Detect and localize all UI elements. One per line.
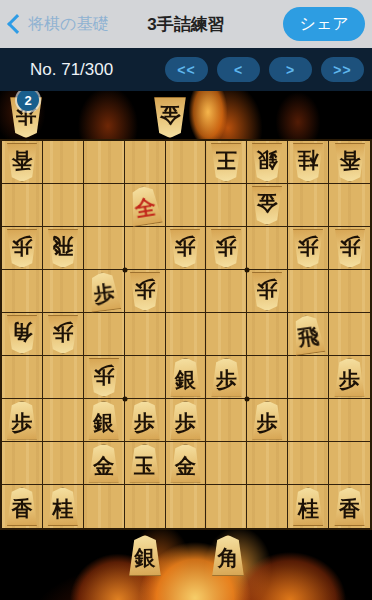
problem-nav-buttons: << < > >>	[165, 57, 364, 82]
navigation-bar: 将棋の基礎 3手詰練習 シェア	[0, 0, 372, 49]
square-r3c3[interactable]	[84, 227, 125, 270]
square-r3c6[interactable]: 歩	[206, 227, 247, 270]
piece-gote-歩[interactable]: 歩	[46, 315, 80, 354]
square-r5c7[interactable]	[247, 313, 288, 356]
square-r3c8[interactable]: 歩	[288, 227, 329, 270]
back-button[interactable]: 将棋の基礎	[6, 14, 108, 35]
sente-hand-tray: 銀角	[0, 534, 372, 578]
square-r5c4[interactable]	[125, 313, 166, 356]
square-r5c8[interactable]: 飛	[288, 313, 329, 356]
page-title: 3手詰練習	[147, 13, 224, 36]
piece-kanji: 歩	[175, 235, 196, 256]
square-r4c9[interactable]	[329, 270, 370, 313]
back-button-label: 将棋の基礎	[28, 14, 108, 35]
piece-gote-香[interactable]: 香	[5, 143, 39, 182]
square-r1c8[interactable]: 桂	[288, 141, 329, 184]
square-r5c9[interactable]	[329, 313, 370, 356]
square-r8c1[interactable]	[2, 442, 43, 485]
square-r7c9[interactable]	[329, 399, 370, 442]
piece-kanji: 金	[160, 104, 181, 125]
square-r4c6[interactable]	[206, 270, 247, 313]
piece-gote-歩[interactable]: 歩	[128, 272, 162, 311]
piece-gote-金[interactable]: 金	[250, 186, 284, 225]
square-r5c5[interactable]	[166, 313, 207, 356]
piece-sente-歩[interactable]: 歩	[168, 401, 202, 440]
piece-kanji: 飛	[297, 325, 321, 349]
square-r8c5[interactable]: 金	[166, 442, 207, 485]
piece-sente-飛[interactable]: 飛	[289, 312, 328, 355]
share-button[interactable]: シェア	[283, 7, 365, 41]
square-r2c1[interactable]	[2, 184, 43, 227]
square-r6c1[interactable]	[2, 356, 43, 399]
piece-sente-銀[interactable]: 銀	[87, 401, 121, 440]
square-r5c6[interactable]	[206, 313, 247, 356]
square-r2c4[interactable]: 全	[125, 184, 166, 227]
piece-sente-歩[interactable]: 歩	[250, 401, 284, 440]
piece-kanji: 歩	[52, 321, 73, 342]
square-r6c9[interactable]: 歩	[329, 356, 370, 399]
square-r1c6[interactable]: 王	[206, 141, 247, 184]
piece-kanji: 歩	[257, 413, 278, 434]
square-r8c2[interactable]	[43, 442, 84, 485]
piece-kanji: 歩	[92, 282, 115, 305]
square-r7c3[interactable]: 銀	[84, 399, 125, 442]
piece-kanji: 全	[133, 196, 157, 220]
hoshi-dot	[245, 268, 250, 273]
square-r1c1[interactable]: 香	[2, 141, 43, 184]
piece-gote-飛[interactable]: 飛	[46, 229, 80, 268]
piece-kanji: 歩	[298, 235, 319, 256]
piece-sente-歩[interactable]: 歩	[128, 401, 162, 440]
piece-gote-歩[interactable]: 歩	[291, 229, 325, 268]
square-r7c7[interactable]: 歩	[247, 399, 288, 442]
piece-gote-角[interactable]: 角	[5, 315, 39, 354]
piece-sente-歩[interactable]: 歩	[5, 401, 39, 440]
square-r2c7[interactable]: 金	[247, 184, 288, 227]
square-r7c2[interactable]	[43, 399, 84, 442]
piece-gote-銀[interactable]: 銀	[250, 143, 284, 182]
square-r3c7[interactable]	[247, 227, 288, 270]
square-r4c5[interactable]	[166, 270, 207, 313]
square-r1c7[interactable]: 銀	[247, 141, 288, 184]
prev-problem-button[interactable]: <	[217, 57, 260, 82]
hand-piece-sente-銀[interactable]: 銀	[127, 535, 163, 576]
piece-kanji: 玉	[134, 456, 155, 477]
piece-kanji: 歩	[216, 370, 237, 391]
piece-count-badge: 2	[17, 89, 39, 111]
square-r5c1[interactable]: 角	[2, 313, 43, 356]
square-r2c2[interactable]	[43, 184, 84, 227]
piece-sente-桂[interactable]: 桂	[291, 487, 325, 526]
square-r2c8[interactable]	[288, 184, 329, 227]
piece-gote-歩[interactable]: 歩	[333, 229, 367, 268]
piece-kanji: 歩	[257, 278, 278, 299]
square-r3c5[interactable]: 歩	[166, 227, 207, 270]
square-r9c2[interactable]: 桂	[43, 485, 84, 528]
hoshi-dot	[122, 397, 127, 402]
square-r8c3[interactable]: 金	[84, 442, 125, 485]
piece-kanji: 銀	[175, 370, 196, 391]
square-r8c4[interactable]: 玉	[125, 442, 166, 485]
square-r1c3[interactable]	[84, 141, 125, 184]
square-r1c4[interactable]	[125, 141, 166, 184]
piece-kanji: 歩	[134, 413, 155, 434]
piece-kanji: 歩	[216, 235, 237, 256]
problem-counter: No. 71/300	[30, 60, 113, 80]
piece-kanji: 歩	[134, 278, 155, 299]
square-r6c2[interactable]	[43, 356, 84, 399]
piece-gote-香[interactable]: 香	[333, 143, 367, 182]
piece-kanji: 香	[11, 499, 32, 520]
square-r2c3[interactable]	[84, 184, 125, 227]
piece-sente-金[interactable]: 金	[168, 444, 202, 483]
square-r9c8[interactable]: 桂	[288, 485, 329, 528]
square-r6c8[interactable]	[288, 356, 329, 399]
square-r8c6[interactable]	[206, 442, 247, 485]
piece-kanji: 銀	[135, 548, 156, 569]
square-r1c9[interactable]: 香	[329, 141, 370, 184]
piece-kanji: 角	[218, 548, 239, 569]
square-r9c3[interactable]	[84, 485, 125, 528]
piece-gote-歩[interactable]: 歩	[209, 229, 243, 268]
back-chevron-icon	[7, 14, 27, 34]
piece-sente-歩[interactable]: 歩	[333, 358, 367, 397]
square-r4c7[interactable]: 歩	[247, 270, 288, 313]
square-r6c4[interactable]	[125, 356, 166, 399]
problem-nav-bar: No. 71/300 << < > >>	[0, 48, 372, 91]
square-r6c7[interactable]	[247, 356, 288, 399]
square-r6c6[interactable]: 歩	[206, 356, 247, 399]
square-r4c2[interactable]	[43, 270, 84, 313]
square-r3c1[interactable]: 歩	[2, 227, 43, 270]
piece-sente-銀[interactable]: 銀	[168, 358, 202, 397]
first-problem-button[interactable]: <<	[165, 57, 208, 82]
piece-gote-歩[interactable]: 歩	[250, 272, 284, 311]
piece-kanji: 金	[257, 192, 278, 213]
piece-gote-桂[interactable]: 桂	[291, 143, 325, 182]
piece-kanji: 桂	[298, 499, 319, 520]
piece-gote-王[interactable]: 王	[209, 143, 243, 182]
square-r5c2[interactable]: 歩	[43, 313, 84, 356]
piece-kanji: 歩	[11, 235, 32, 256]
square-r9c9[interactable]: 香	[329, 485, 370, 528]
square-r9c1[interactable]: 香	[2, 485, 43, 528]
next-problem-button[interactable]: >	[269, 57, 312, 82]
piece-kanji: 歩	[339, 235, 360, 256]
piece-kanji: 香	[11, 149, 32, 170]
square-r9c5[interactable]	[166, 485, 207, 528]
square-r7c6[interactable]	[206, 399, 247, 442]
app-screen: 将棋の基礎 3手詰練習 シェア No. 71/300 << < > >> 歩2金…	[0, 0, 372, 600]
piece-sente-香[interactable]: 香	[5, 487, 39, 526]
piece-kanji: 歩	[11, 413, 32, 434]
piece-sente-全[interactable]: 全	[125, 183, 165, 227]
piece-sente-香[interactable]: 香	[333, 487, 367, 526]
square-r9c7[interactable]	[247, 485, 288, 528]
square-r8c9[interactable]	[329, 442, 370, 485]
piece-kanji: 角	[11, 321, 32, 342]
square-r7c4[interactable]: 歩	[125, 399, 166, 442]
square-r9c6[interactable]	[206, 485, 247, 528]
piece-gote-歩[interactable]: 歩	[5, 229, 39, 268]
piece-kanji: 銀	[93, 413, 114, 434]
square-r3c4[interactable]	[125, 227, 166, 270]
piece-kanji: 香	[339, 149, 360, 170]
hoshi-dot	[122, 268, 127, 273]
piece-kanji: 金	[93, 456, 114, 477]
square-r2c9[interactable]	[329, 184, 370, 227]
last-problem-button[interactable]: >>	[321, 57, 364, 82]
piece-kanji: 金	[175, 456, 196, 477]
square-r3c2[interactable]: 飛	[43, 227, 84, 270]
piece-kanji: 歩	[93, 364, 114, 385]
square-r7c1[interactable]: 歩	[2, 399, 43, 442]
square-r4c8[interactable]	[288, 270, 329, 313]
square-r7c5[interactable]: 歩	[166, 399, 207, 442]
square-r4c4[interactable]: 歩	[125, 270, 166, 313]
square-r7c8[interactable]	[288, 399, 329, 442]
shogi-board: 香王銀桂香全金歩飛歩歩歩歩歩歩歩角歩飛歩銀歩歩歩銀歩歩歩金玉金香桂桂香	[0, 139, 372, 530]
piece-kanji: 銀	[257, 149, 278, 170]
square-r4c3[interactable]: 歩	[84, 270, 125, 313]
square-r8c7[interactable]	[247, 442, 288, 485]
square-r1c5[interactable]	[166, 141, 207, 184]
piece-sente-金[interactable]: 金	[87, 444, 121, 483]
hand-piece-sente-角[interactable]: 角	[210, 535, 246, 576]
hoshi-dot	[245, 397, 250, 402]
square-r2c6[interactable]	[206, 184, 247, 227]
square-r6c5[interactable]: 銀	[166, 356, 207, 399]
piece-kanji: 歩	[339, 370, 360, 391]
square-r2c5[interactable]	[166, 184, 207, 227]
piece-sente-桂[interactable]: 桂	[46, 487, 80, 526]
square-r6c3[interactable]: 歩	[84, 356, 125, 399]
piece-sente-玉[interactable]: 玉	[128, 444, 162, 483]
square-r1c2[interactable]	[43, 141, 84, 184]
square-r5c3[interactable]	[84, 313, 125, 356]
piece-gote-歩[interactable]: 歩	[168, 229, 202, 268]
piece-kanji: 歩	[175, 413, 196, 434]
piece-kanji: 王	[216, 149, 237, 170]
square-r3c9[interactable]: 歩	[329, 227, 370, 270]
square-r4c1[interactable]	[2, 270, 43, 313]
piece-kanji: 桂	[298, 149, 319, 170]
hand-piece-gote-金[interactable]: 金	[152, 97, 188, 138]
piece-gote-歩[interactable]: 歩	[87, 358, 121, 397]
square-r8c8[interactable]	[288, 442, 329, 485]
piece-kanji: 桂	[52, 499, 73, 520]
piece-kanji: 香	[339, 499, 360, 520]
gote-hand-tray: 歩2金	[0, 96, 372, 139]
piece-sente-歩[interactable]: 歩	[209, 358, 243, 397]
piece-kanji: 飛	[52, 235, 73, 256]
square-r9c4[interactable]	[125, 485, 166, 528]
piece-sente-歩[interactable]: 歩	[84, 270, 122, 313]
